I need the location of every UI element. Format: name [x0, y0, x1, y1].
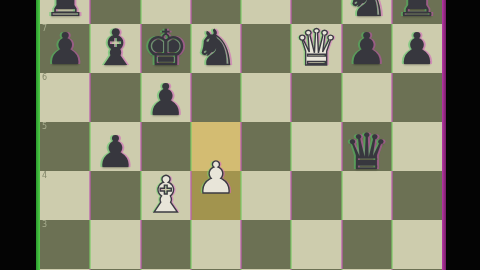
square-d7[interactable]: ♞: [191, 24, 241, 73]
square-g8[interactable]: ♞: [342, 0, 392, 24]
piece-black-rook-h8[interactable]: ♜: [394, 0, 439, 24]
chess-board: ♜♞♜7♟♝♚♞♛♟♟6♟5♟♟♛4♝3: [40, 0, 442, 270]
square-h4[interactable]: [392, 171, 442, 220]
piece-black-rook-a8[interactable]: ♜: [43, 0, 88, 24]
square-e4[interactable]: [241, 171, 291, 220]
piece-black-pawn-c6[interactable]: ♟: [146, 75, 185, 124]
square-b5[interactable]: ♟: [90, 122, 140, 171]
square-f7[interactable]: ♛: [291, 24, 341, 73]
square-h8[interactable]: ♜: [392, 0, 442, 24]
square-f4[interactable]: [291, 171, 341, 220]
square-b7[interactable]: ♝: [90, 24, 140, 73]
piece-black-king-c7[interactable]: ♚: [143, 24, 188, 73]
piece-black-bishop-b7[interactable]: ♝: [93, 24, 138, 73]
square-g6[interactable]: [342, 73, 392, 122]
piece-white-queen-f7[interactable]: ♛: [294, 24, 339, 73]
square-a5[interactable]: 5: [40, 122, 90, 171]
piece-black-pawn-h7[interactable]: ♟: [397, 24, 436, 73]
piece-white-pawn-d5[interactable]: ♟: [196, 153, 235, 202]
square-b6[interactable]: [90, 73, 140, 122]
square-f3[interactable]: [291, 220, 341, 269]
square-c6[interactable]: ♟: [141, 73, 191, 122]
piece-black-pawn-a7[interactable]: ♟: [45, 24, 84, 73]
square-c5[interactable]: [141, 122, 191, 171]
piece-black-pawn-g7[interactable]: ♟: [347, 24, 386, 73]
square-e5[interactable]: [241, 122, 291, 171]
rank-label-5: 5: [42, 122, 47, 131]
square-d6[interactable]: [191, 73, 241, 122]
piece-black-knight-g8[interactable]: ♞: [344, 0, 389, 24]
square-c4[interactable]: ♝: [141, 171, 191, 220]
square-f5[interactable]: [291, 122, 341, 171]
vhs-magenta-fringe-right: [442, 0, 446, 270]
square-h5[interactable]: [392, 122, 442, 171]
square-e6[interactable]: [241, 73, 291, 122]
piece-white-bishop-c4[interactable]: ♝: [143, 171, 188, 220]
square-b3[interactable]: [90, 220, 140, 269]
square-b4[interactable]: [90, 171, 140, 220]
square-e7[interactable]: [241, 24, 291, 73]
square-e3[interactable]: [241, 220, 291, 269]
square-h6[interactable]: [392, 73, 442, 122]
square-f6[interactable]: [291, 73, 341, 122]
piece-black-queen-g5[interactable]: ♛: [344, 128, 389, 177]
video-frame: ♜♞♜7♟♝♚♞♛♟♟6♟5♟♟♛4♝3: [0, 0, 480, 270]
square-a6[interactable]: 6: [40, 73, 90, 122]
square-g3[interactable]: [342, 220, 392, 269]
square-g7[interactable]: ♟: [342, 24, 392, 73]
square-d5[interactable]: ♟: [191, 122, 241, 171]
square-a8[interactable]: ♜: [40, 0, 90, 24]
square-e8[interactable]: [241, 0, 291, 24]
square-a4[interactable]: 4: [40, 171, 90, 220]
square-c7[interactable]: ♚: [141, 24, 191, 73]
square-a7[interactable]: 7♟: [40, 24, 90, 73]
piece-black-pawn-b5[interactable]: ♟: [96, 127, 135, 176]
piece-black-knight-d7[interactable]: ♞: [193, 24, 238, 73]
square-g5[interactable]: ♛: [342, 122, 392, 171]
square-d3[interactable]: [191, 220, 241, 269]
square-h3[interactable]: [392, 220, 442, 269]
rank-label-6: 6: [42, 73, 47, 82]
square-a3[interactable]: 3: [40, 220, 90, 269]
rank-label-4: 4: [42, 171, 47, 180]
square-h7[interactable]: ♟: [392, 24, 442, 73]
rank-label-3: 3: [42, 220, 47, 229]
square-c3[interactable]: [141, 220, 191, 269]
